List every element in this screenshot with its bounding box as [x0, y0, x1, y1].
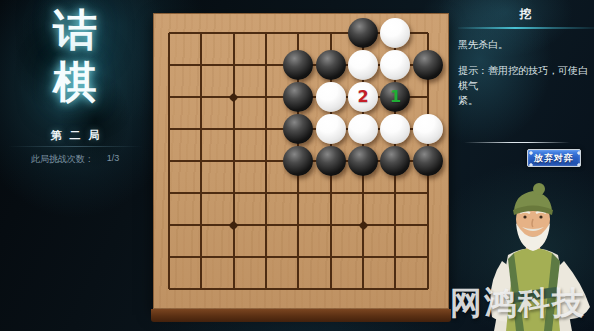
hint-line-1: 提示：善用挖的技巧，可使白棋气	[458, 63, 594, 93]
board-point-a4[interactable]	[153, 177, 185, 209]
challenge-label: 此局挑战次数：	[31, 153, 94, 166]
board-point-c2[interactable]	[218, 241, 250, 273]
board-point-h3[interactable]	[379, 209, 411, 241]
board-point-e1[interactable]	[282, 273, 314, 305]
board-point-b4[interactable]	[185, 177, 217, 209]
board-point-f7[interactable]	[315, 81, 347, 113]
star-point	[229, 92, 239, 102]
hint-line-2: 紧。	[458, 93, 594, 108]
board-point-j2[interactable]	[412, 241, 444, 273]
board-point-d2[interactable]	[250, 241, 282, 273]
board-point-g7[interactable]: 2	[347, 81, 379, 113]
board-point-a2[interactable]	[153, 241, 185, 273]
board-point-j6[interactable]	[412, 113, 444, 145]
sidebar-divider	[8, 146, 142, 147]
watermark-logo: 网鸿科技	[450, 282, 586, 326]
puzzle-info-panel: 挖 黑先杀白。 提示：善用挖的技巧，可使白棋气 紧。	[458, 6, 594, 108]
white-stone	[380, 114, 410, 144]
board-point-h1[interactable]	[379, 273, 411, 305]
board-point-f8[interactable]	[315, 49, 347, 81]
board-point-a7[interactable]	[153, 81, 185, 113]
board-point-h6[interactable]	[379, 113, 411, 145]
board-point-f2[interactable]	[315, 241, 347, 273]
board-point-g5[interactable]	[347, 145, 379, 177]
board-point-j7[interactable]	[412, 81, 444, 113]
board-point-c6[interactable]	[218, 113, 250, 145]
board-point-e6[interactable]	[282, 113, 314, 145]
black-stone	[283, 146, 313, 176]
board-point-d6[interactable]	[250, 113, 282, 145]
board-point-b1[interactable]	[185, 273, 217, 305]
go-board: 21	[153, 13, 449, 309]
star-point	[358, 220, 368, 230]
black-stone	[316, 50, 346, 80]
white-stone	[348, 114, 378, 144]
board-point-d9[interactable]	[250, 17, 282, 49]
board-point-h8[interactable]	[379, 49, 411, 81]
black-stone	[380, 146, 410, 176]
board-point-g4[interactable]	[347, 177, 379, 209]
board-point-j5[interactable]	[412, 145, 444, 177]
board-point-h4[interactable]	[379, 177, 411, 209]
board-point-h7[interactable]: 1	[379, 81, 411, 113]
white-stone	[348, 50, 378, 80]
board-point-d4[interactable]	[250, 177, 282, 209]
board-point-g1[interactable]	[347, 273, 379, 305]
board-point-e5[interactable]	[282, 145, 314, 177]
board-point-e4[interactable]	[282, 177, 314, 209]
board-point-g2[interactable]	[347, 241, 379, 273]
board-point-g3[interactable]	[347, 209, 379, 241]
panel-rule-line	[464, 142, 570, 143]
board-point-f1[interactable]	[315, 273, 347, 305]
black-stone	[413, 50, 443, 80]
board-point-j8[interactable]	[412, 49, 444, 81]
board-point-a6[interactable]	[153, 113, 185, 145]
technique-title: 挖	[458, 6, 594, 23]
board-point-c1[interactable]	[218, 273, 250, 305]
give-up-button[interactable]: 放弃对弈	[527, 149, 581, 167]
board-point-a3[interactable]	[153, 209, 185, 241]
hint-text: 提示：善用挖的技巧，可使白棋气 紧。	[458, 63, 594, 108]
board-point-f3[interactable]	[315, 209, 347, 241]
board-point-d3[interactable]	[250, 209, 282, 241]
board-point-b9[interactable]	[185, 17, 217, 49]
white-stone	[380, 50, 410, 80]
board-point-j4[interactable]	[412, 177, 444, 209]
black-stone	[283, 114, 313, 144]
board-point-f5[interactable]	[315, 145, 347, 177]
black-stone	[413, 146, 443, 176]
board-point-c3[interactable]	[218, 209, 250, 241]
black-stone	[283, 50, 313, 80]
puzzle-title-calligraphy: 诘棋	[49, 4, 101, 108]
stage-label: 第二局	[0, 128, 150, 143]
board-point-e9[interactable]	[282, 17, 314, 49]
challenge-count: 1/3	[107, 153, 120, 166]
black-stone	[348, 18, 378, 48]
board-point-j1[interactable]	[412, 273, 444, 305]
white-stone	[316, 82, 346, 112]
white-stone	[316, 114, 346, 144]
board-point-g9[interactable]	[347, 17, 379, 49]
board-point-c5[interactable]	[218, 145, 250, 177]
board-point-b5[interactable]	[185, 145, 217, 177]
board-point-b3[interactable]	[185, 209, 217, 241]
board-point-d7[interactable]	[250, 81, 282, 113]
board-point-a8[interactable]	[153, 49, 185, 81]
board-point-c4[interactable]	[218, 177, 250, 209]
board-point-a1[interactable]	[153, 273, 185, 305]
board-point-b8[interactable]	[185, 49, 217, 81]
board-point-e8[interactable]	[282, 49, 314, 81]
black-stone: 1	[380, 82, 410, 112]
board-point-a9[interactable]	[153, 17, 185, 49]
star-point	[229, 220, 239, 230]
board-point-b2[interactable]	[185, 241, 217, 273]
white-stone	[380, 18, 410, 48]
board-point-e2[interactable]	[282, 241, 314, 273]
board-point-g6[interactable]	[347, 113, 379, 145]
challenge-counter: 此局挑战次数： 1/3	[0, 153, 150, 166]
white-stone: 2	[348, 82, 378, 112]
board-point-h5[interactable]	[379, 145, 411, 177]
board-point-c8[interactable]	[218, 49, 250, 81]
board-point-b7[interactable]	[185, 81, 217, 113]
move-number-label: 1	[390, 89, 401, 105]
black-stone	[348, 146, 378, 176]
objective-text: 黑先杀白。	[458, 38, 594, 52]
board-point-a5[interactable]	[153, 145, 185, 177]
black-stone	[283, 82, 313, 112]
board-point-e7[interactable]	[282, 81, 314, 113]
board-point-h9[interactable]	[379, 17, 411, 49]
move-number-label: 2	[358, 89, 369, 105]
title-underline	[458, 27, 594, 29]
board-point-j3[interactable]	[412, 209, 444, 241]
board-point-b6[interactable]	[185, 113, 217, 145]
board-point-g8[interactable]	[347, 49, 379, 81]
board-point-c7[interactable]	[218, 81, 250, 113]
go-board-side-edge	[151, 309, 451, 322]
board-point-d8[interactable]	[250, 49, 282, 81]
board-point-j9[interactable]	[412, 17, 444, 49]
board-point-f9[interactable]	[315, 17, 347, 49]
board-point-f6[interactable]	[315, 113, 347, 145]
black-stone	[316, 146, 346, 176]
go-board-grid: 21	[153, 17, 444, 305]
board-point-f4[interactable]	[315, 177, 347, 209]
board-point-d5[interactable]	[250, 145, 282, 177]
board-point-d1[interactable]	[250, 273, 282, 305]
board-point-h2[interactable]	[379, 241, 411, 273]
white-stone	[413, 114, 443, 144]
board-point-e3[interactable]	[282, 209, 314, 241]
board-point-c9[interactable]	[218, 17, 250, 49]
